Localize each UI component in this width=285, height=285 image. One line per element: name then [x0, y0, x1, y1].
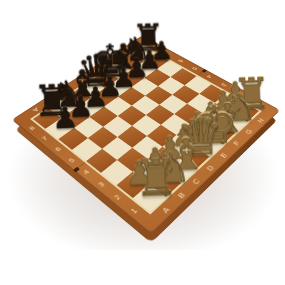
board-frame: ♜♞♝♛♚♝♞♜♟♟♟♟♟♟♟♟♟♟♟♟♟♟♟♟♜♞♝♛♚♝♞♜ AABBCCD… [11, 35, 280, 234]
piece-black-pawn-a7: ♟ [51, 103, 78, 133]
chess-board: ♜♞♝♛♚♝♞♜♟♟♟♟♟♟♟♟♟♟♟♟♟♟♟♟♜♞♝♛♚♝♞♜ AABBCCD… [11, 35, 280, 234]
piece-white-rook-a1: ♜ [133, 152, 179, 203]
product-photo: ♜♞♝♛♚♝♞♜♟♟♟♟♟♟♟♟♟♟♟♟♟♟♟♟♜♞♝♛♚♝♞♜ AABBCCD… [0, 0, 285, 285]
playing-area: ♜♞♝♛♚♝♞♜♟♟♟♟♟♟♟♟♟♟♟♟♟♟♟♟♜♞♝♛♚♝♞♜ [30, 44, 262, 214]
scene: ♜♞♝♛♚♝♞♜♟♟♟♟♟♟♟♟♟♟♟♟♟♟♟♟♜♞♝♛♚♝♞♜ AABBCCD… [0, 0, 285, 285]
